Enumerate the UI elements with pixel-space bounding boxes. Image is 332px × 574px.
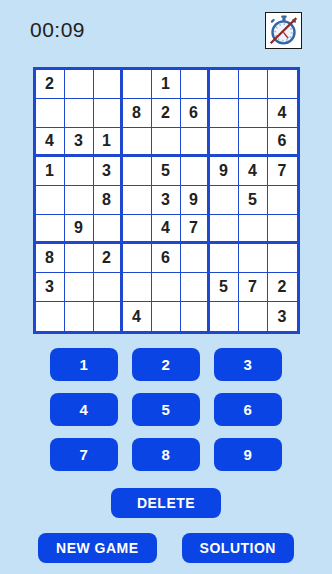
cell-r7c9[interactable] [268,244,297,273]
cell-r2c8[interactable] [239,99,268,128]
keypad-button-3[interactable]: 3 [214,348,282,381]
cell-r5c9[interactable] [268,186,297,215]
cell-r7c4[interactable] [123,244,152,273]
delete-button[interactable]: DELETE [111,488,221,518]
cell-r6c4[interactable] [123,215,152,244]
cell-r8c7[interactable]: 5 [210,273,239,302]
cell-r7c5[interactable]: 6 [152,244,181,273]
keypad-button-5[interactable]: 5 [132,393,200,426]
cell-r8c2[interactable] [65,273,94,302]
cell-r7c7[interactable] [210,244,239,273]
cell-r9c2[interactable] [65,302,94,331]
cell-r7c3[interactable]: 2 [94,244,123,273]
cell-r4c9[interactable]: 7 [268,157,297,186]
cell-r2c6[interactable]: 6 [181,99,210,128]
cell-r8c6[interactable] [181,273,210,302]
cell-r6c8[interactable] [239,215,268,244]
cell-r8c9[interactable]: 2 [268,273,297,302]
cell-r1c4[interactable] [123,70,152,99]
cell-r2c1[interactable] [36,99,65,128]
cell-r2c4[interactable]: 8 [123,99,152,128]
cell-r9c4[interactable]: 4 [123,302,152,331]
cell-r4c3[interactable]: 3 [94,157,123,186]
bottom-actions: NEW GAME SOLUTION [0,533,332,563]
header: 00:09 [0,0,332,54]
cell-r9c1[interactable] [36,302,65,331]
cell-r5c5[interactable]: 3 [152,186,181,215]
cell-r2c5[interactable]: 2 [152,99,181,128]
cell-r9c9[interactable]: 3 [268,302,297,331]
stopwatch-off-icon [267,14,300,47]
cell-r3c9[interactable]: 6 [268,128,297,157]
cell-r3c3[interactable]: 1 [94,128,123,157]
delete-row: DELETE [0,488,332,518]
cell-r3c2[interactable]: 3 [65,128,94,157]
keypad-row-1: 1 2 3 [50,348,282,381]
cell-r3c7[interactable] [210,128,239,157]
cell-r7c6[interactable] [181,244,210,273]
cell-r6c3[interactable] [94,215,123,244]
cell-r1c5[interactable]: 1 [152,70,181,99]
cell-r5c4[interactable] [123,186,152,215]
cell-r2c2[interactable] [65,99,94,128]
keypad-button-9[interactable]: 9 [214,438,282,471]
cell-r9c3[interactable] [94,302,123,331]
cell-r3c6[interactable] [181,128,210,157]
cell-r9c5[interactable] [152,302,181,331]
keypad: 1 2 3 4 5 6 7 8 9 [0,348,332,471]
cell-r9c8[interactable] [239,302,268,331]
cell-r1c2[interactable] [65,70,94,99]
cell-r6c1[interactable] [36,215,65,244]
cell-r8c4[interactable] [123,273,152,302]
cell-r2c7[interactable] [210,99,239,128]
cell-r4c8[interactable]: 4 [239,157,268,186]
cell-r3c1[interactable]: 4 [36,128,65,157]
cell-r7c2[interactable] [65,244,94,273]
cell-r4c2[interactable] [65,157,94,186]
cell-r8c1[interactable]: 3 [36,273,65,302]
cell-r4c5[interactable]: 5 [152,157,181,186]
cell-r8c3[interactable] [94,273,123,302]
cell-r5c3[interactable]: 8 [94,186,123,215]
cell-r5c1[interactable] [36,186,65,215]
timer-toggle-button[interactable] [265,12,302,49]
keypad-row-2: 4 5 6 [50,393,282,426]
cell-r8c5[interactable] [152,273,181,302]
cell-r1c9[interactable] [268,70,297,99]
keypad-button-8[interactable]: 8 [132,438,200,471]
keypad-button-2[interactable]: 2 [132,348,200,381]
cell-r6c6[interactable]: 7 [181,215,210,244]
cell-r1c7[interactable] [210,70,239,99]
cell-r4c6[interactable] [181,157,210,186]
cell-r6c9[interactable] [268,215,297,244]
cell-r5c6[interactable]: 9 [181,186,210,215]
timer-label: 00:09 [30,18,85,42]
cell-r6c7[interactable] [210,215,239,244]
cell-r1c3[interactable] [94,70,123,99]
cell-r4c7[interactable]: 9 [210,157,239,186]
cell-r8c8[interactable]: 7 [239,273,268,302]
cell-r7c1[interactable]: 8 [36,244,65,273]
cell-r4c4[interactable] [123,157,152,186]
cell-r9c6[interactable] [181,302,210,331]
cell-r6c5[interactable]: 4 [152,215,181,244]
cell-r3c5[interactable] [152,128,181,157]
sudoku-board: 21826443161359478395947826357243 [33,67,300,334]
cell-r5c7[interactable] [210,186,239,215]
keypad-row-3: 7 8 9 [50,438,282,471]
cell-r9c7[interactable] [210,302,239,331]
cell-r1c1[interactable]: 2 [36,70,65,99]
new-game-button[interactable]: NEW GAME [38,533,157,563]
cell-r3c4[interactable] [123,128,152,157]
solution-button[interactable]: SOLUTION [182,533,294,563]
cell-r1c8[interactable] [239,70,268,99]
cell-r5c2[interactable] [65,186,94,215]
cell-r2c9[interactable]: 4 [268,99,297,128]
cell-r3c8[interactable] [239,128,268,157]
keypad-button-7[interactable]: 7 [50,438,118,471]
keypad-button-1[interactable]: 1 [50,348,118,381]
cell-r1c6[interactable] [181,70,210,99]
keypad-button-4[interactable]: 4 [50,393,118,426]
cell-r5c8[interactable]: 5 [239,186,268,215]
cell-r2c3[interactable] [94,99,123,128]
cell-r6c2[interactable]: 9 [65,215,94,244]
keypad-button-6[interactable]: 6 [214,393,282,426]
cell-r4c1[interactable]: 1 [36,157,65,186]
cell-r7c8[interactable] [239,244,268,273]
